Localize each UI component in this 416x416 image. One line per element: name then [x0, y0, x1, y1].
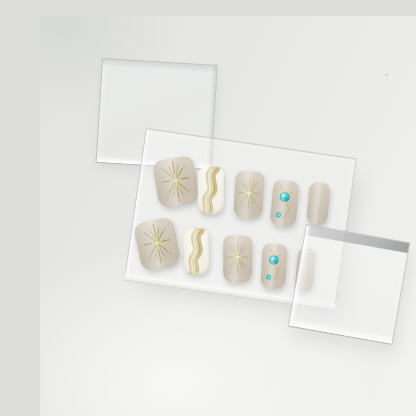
- gold-starburst-large-art: [133, 216, 182, 272]
- nail-bottom-1-starburst: [133, 216, 182, 272]
- nail-top-3-starburst: [233, 171, 265, 220]
- nail-bottom-2-swirl: [183, 228, 209, 275]
- nail-set-photo: Ten coffin-shaped press-on nails arrange…: [40, 16, 416, 416]
- acrylic-block-bottom-right: [288, 224, 410, 345]
- gold-starburst-large-art: [152, 155, 201, 209]
- nail-top-1-starburst: [152, 155, 201, 209]
- nail-top-2-swirl: [198, 167, 224, 214]
- nail-bottom-4-gems: [260, 243, 288, 289]
- teal-gem-art: [260, 243, 288, 289]
- nail-top-4-gems: [270, 180, 300, 228]
- nail-top-5-plain: [306, 182, 331, 227]
- gold-starburst-small-art: [233, 171, 265, 220]
- block-top-bevel: [305, 225, 409, 253]
- gold-swirl-art: [183, 228, 209, 275]
- block-top-bevel: [103, 59, 217, 73]
- block-bottom-bevel: [289, 319, 393, 344]
- nail-bottom-3-starburst: [223, 235, 252, 282]
- background-speck: [385, 74, 388, 76]
- teal-gem-art: [270, 180, 300, 228]
- gold-starburst-small-art: [223, 235, 252, 282]
- image-caption: Ten coffin-shaped press-on nails arrange…: [40, 16, 41, 17]
- gold-swirl-art: [198, 167, 224, 214]
